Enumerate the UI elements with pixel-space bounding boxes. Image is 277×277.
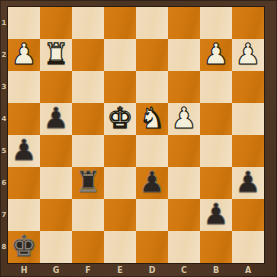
square-h4[interactable] <box>8 103 40 135</box>
square-a3[interactable] <box>232 71 264 103</box>
square-g7[interactable] <box>40 199 72 231</box>
square-f1[interactable] <box>72 7 104 39</box>
square-h8[interactable]: ♚ <box>8 231 40 263</box>
square-e7[interactable] <box>104 199 136 231</box>
square-c3[interactable] <box>168 71 200 103</box>
square-e1[interactable] <box>104 7 136 39</box>
square-d6[interactable]: ♟ <box>136 167 168 199</box>
rank-labels: 12345678 <box>0 7 8 263</box>
square-c7[interactable] <box>168 199 200 231</box>
square-g3[interactable] <box>40 71 72 103</box>
file-label-a: A <box>232 263 264 277</box>
square-e5[interactable] <box>104 135 136 167</box>
white-pawn[interactable]: ♟ <box>203 39 229 69</box>
square-f2[interactable] <box>72 39 104 71</box>
white-knight[interactable]: ♞ <box>139 103 165 133</box>
white-king[interactable]: ♚ <box>107 103 133 133</box>
rank-label-4: 4 <box>0 103 8 135</box>
square-f7[interactable] <box>72 199 104 231</box>
file-label-e: E <box>104 263 136 277</box>
square-c2[interactable] <box>168 39 200 71</box>
square-e4[interactable]: ♚ <box>104 103 136 135</box>
square-b1[interactable] <box>200 7 232 39</box>
square-c5[interactable] <box>168 135 200 167</box>
rank-label-3: 3 <box>0 71 8 103</box>
square-d5[interactable] <box>136 135 168 167</box>
square-a6[interactable]: ♟ <box>232 167 264 199</box>
black-king[interactable]: ♚ <box>11 231 37 261</box>
rank-label-5: 5 <box>0 135 8 167</box>
black-pawn[interactable]: ♟ <box>203 199 229 229</box>
black-pawn[interactable]: ♟ <box>11 135 37 165</box>
square-e8[interactable] <box>104 231 136 263</box>
rank-label-6: 6 <box>0 167 8 199</box>
square-h1[interactable] <box>8 7 40 39</box>
square-g5[interactable] <box>40 135 72 167</box>
square-g4[interactable]: ♟ <box>40 103 72 135</box>
square-g2[interactable]: ♜ <box>40 39 72 71</box>
square-b4[interactable] <box>200 103 232 135</box>
square-b8[interactable] <box>200 231 232 263</box>
square-a1[interactable] <box>232 7 264 39</box>
square-f4[interactable] <box>72 103 104 135</box>
square-f5[interactable] <box>72 135 104 167</box>
white-pawn[interactable]: ♟ <box>11 39 37 69</box>
file-label-c: C <box>168 263 200 277</box>
square-b3[interactable] <box>200 71 232 103</box>
file-label-h: H <box>8 263 40 277</box>
file-label-b: B <box>200 263 232 277</box>
black-pawn[interactable]: ♟ <box>43 103 69 133</box>
square-g1[interactable] <box>40 7 72 39</box>
square-c1[interactable] <box>168 7 200 39</box>
black-pawn[interactable]: ♟ <box>235 167 261 197</box>
black-rook[interactable]: ♜ <box>75 167 101 197</box>
square-g6[interactable] <box>40 167 72 199</box>
square-c6[interactable] <box>168 167 200 199</box>
square-f6[interactable]: ♜ <box>72 167 104 199</box>
square-d7[interactable] <box>136 199 168 231</box>
square-g8[interactable] <box>40 231 72 263</box>
square-e6[interactable] <box>104 167 136 199</box>
square-a2[interactable]: ♟ <box>232 39 264 71</box>
white-pawn[interactable]: ♟ <box>235 39 261 69</box>
square-a5[interactable] <box>232 135 264 167</box>
chess-board-frame: 12345678 ♟♜♟♟♟♚♞♟♟♜♟♟♟♚ HGFEDCBA <box>0 0 277 277</box>
square-f8[interactable] <box>72 231 104 263</box>
square-d4[interactable]: ♞ <box>136 103 168 135</box>
square-d1[interactable] <box>136 7 168 39</box>
square-d3[interactable] <box>136 71 168 103</box>
square-b6[interactable] <box>200 167 232 199</box>
square-e3[interactable] <box>104 71 136 103</box>
square-d2[interactable] <box>136 39 168 71</box>
file-label-g: G <box>40 263 72 277</box>
file-label-d: D <box>136 263 168 277</box>
square-c4[interactable]: ♟ <box>168 103 200 135</box>
white-pawn[interactable]: ♟ <box>171 103 197 133</box>
square-f3[interactable] <box>72 71 104 103</box>
square-h6[interactable] <box>8 167 40 199</box>
square-h5[interactable]: ♟ <box>8 135 40 167</box>
square-b2[interactable]: ♟ <box>200 39 232 71</box>
square-h7[interactable] <box>8 199 40 231</box>
file-label-f: F <box>72 263 104 277</box>
square-a7[interactable] <box>232 199 264 231</box>
square-a8[interactable] <box>232 231 264 263</box>
square-h3[interactable] <box>8 71 40 103</box>
square-b5[interactable] <box>200 135 232 167</box>
rank-label-2: 2 <box>0 39 8 71</box>
square-d8[interactable] <box>136 231 168 263</box>
square-b7[interactable]: ♟ <box>200 199 232 231</box>
file-labels: HGFEDCBA <box>8 263 264 277</box>
white-rook[interactable]: ♜ <box>43 39 69 69</box>
rank-label-7: 7 <box>0 199 8 231</box>
chess-board: ♟♜♟♟♟♚♞♟♟♜♟♟♟♚ <box>8 7 264 263</box>
square-c8[interactable] <box>168 231 200 263</box>
square-e2[interactable] <box>104 39 136 71</box>
square-a4[interactable] <box>232 103 264 135</box>
black-pawn[interactable]: ♟ <box>139 167 165 197</box>
rank-label-1: 1 <box>0 7 8 39</box>
rank-label-8: 8 <box>0 231 8 263</box>
square-h2[interactable]: ♟ <box>8 39 40 71</box>
